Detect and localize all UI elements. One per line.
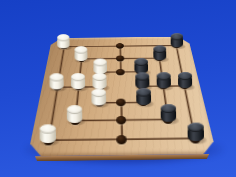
point-d3[interactable]	[110, 94, 133, 111]
point-a1[interactable]	[35, 130, 63, 151]
hole-d3	[117, 99, 127, 107]
point-c3[interactable]	[88, 95, 111, 112]
black-peg-g1[interactable]	[187, 123, 204, 142]
point-a7[interactable]	[54, 41, 75, 53]
photo-scene	[0, 0, 236, 177]
point-g1[interactable]	[181, 128, 209, 148]
white-peg-b4[interactable]	[71, 73, 85, 89]
white-peg-c4[interactable]	[93, 73, 107, 89]
white-peg-c3[interactable]	[91, 88, 106, 105]
point-d6[interactable]	[111, 52, 131, 65]
white-peg-b6[interactable]	[75, 46, 88, 61]
point-d1[interactable]	[110, 129, 135, 150]
point-e3[interactable]	[132, 94, 155, 111]
point-a4[interactable]	[45, 80, 69, 96]
morris-board	[28, 37, 217, 157]
board-points	[35, 40, 210, 151]
black-peg-g4[interactable]	[178, 72, 192, 88]
black-peg-f4[interactable]	[156, 72, 170, 88]
hole-d1	[117, 135, 128, 144]
white-peg-a7[interactable]	[57, 34, 70, 49]
point-g7[interactable]	[166, 40, 187, 52]
point-d2[interactable]	[110, 111, 134, 130]
point-d5[interactable]	[111, 65, 132, 79]
white-peg-a1[interactable]	[40, 124, 57, 143]
white-peg-a4[interactable]	[50, 73, 65, 89]
white-peg-b2[interactable]	[67, 105, 83, 123]
black-peg-f2[interactable]	[160, 104, 176, 122]
point-b6[interactable]	[71, 52, 92, 65]
black-peg-e3[interactable]	[136, 88, 151, 105]
point-g4[interactable]	[173, 78, 197, 93]
point-f2[interactable]	[155, 110, 181, 129]
hole-d2	[117, 116, 127, 124]
point-f6[interactable]	[149, 52, 170, 65]
black-peg-e4[interactable]	[135, 72, 149, 88]
black-peg-f6[interactable]	[153, 45, 166, 60]
point-b2[interactable]	[62, 111, 87, 130]
hole-d5	[116, 69, 125, 75]
point-d7[interactable]	[111, 40, 130, 52]
black-peg-g7[interactable]	[170, 33, 183, 48]
